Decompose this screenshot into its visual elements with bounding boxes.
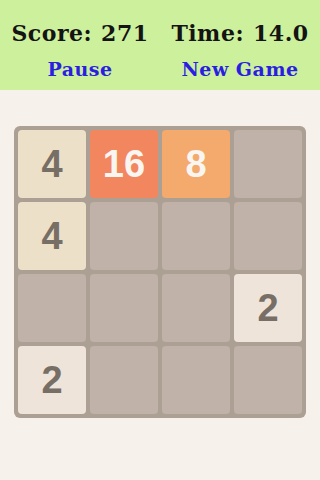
tile-2: 2 xyxy=(18,346,86,414)
cell-empty xyxy=(162,346,230,414)
tile-2: 2 xyxy=(234,274,302,342)
cell-empty xyxy=(234,346,302,414)
button-row: Pause New Game xyxy=(0,58,320,80)
cell-empty xyxy=(90,346,158,414)
cell-empty xyxy=(18,274,86,342)
cell-empty xyxy=(162,274,230,342)
score-display: Score:271 xyxy=(11,20,148,46)
time-label: Time: xyxy=(171,20,244,46)
new-game-button[interactable]: New Game xyxy=(181,58,298,80)
screen: Score:271 Time:14.0 Pause New Game 41684… xyxy=(0,0,320,480)
cell-empty xyxy=(162,202,230,270)
board[interactable]: 4168422 xyxy=(14,126,306,418)
pause-button[interactable]: Pause xyxy=(47,58,112,80)
time-display: Time:14.0 xyxy=(171,20,308,46)
status-row: Score:271 Time:14.0 xyxy=(0,20,320,46)
header: Score:271 Time:14.0 Pause New Game xyxy=(0,0,320,90)
tile-16: 16 xyxy=(90,130,158,198)
cell-empty xyxy=(90,274,158,342)
tile-8: 8 xyxy=(162,130,230,198)
tile-4: 4 xyxy=(18,202,86,270)
cell-empty xyxy=(234,202,302,270)
cell-empty xyxy=(90,202,158,270)
score-value: 271 xyxy=(101,20,148,46)
score-label: Score: xyxy=(11,20,92,46)
cell-empty xyxy=(234,130,302,198)
time-value: 14.0 xyxy=(253,20,309,46)
tile-4: 4 xyxy=(18,130,86,198)
